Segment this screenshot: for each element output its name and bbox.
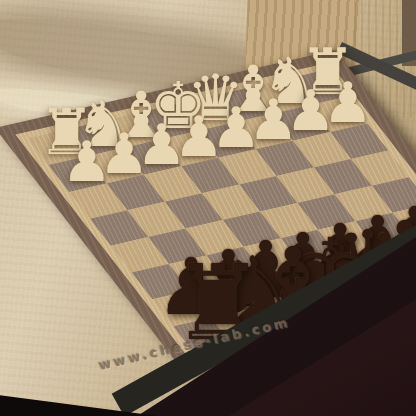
white-pawn-h2[interactable]: ♟ [47, 139, 127, 187]
chessboard-photo-scene: ♜♞♝♚♛♝♞♜♟♟♟♟♟♟♟♟♟♟♟♟♟♟♟♟♜♞♝♚♛♝♞♜ www.che… [0, 0, 416, 416]
